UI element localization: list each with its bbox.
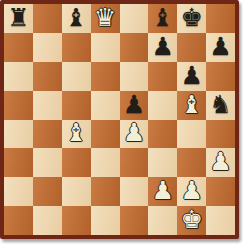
piece-black-king[interactable]: ♚: [180, 5, 202, 30]
square-c8[interactable]: ♝: [62, 4, 91, 33]
piece-white-queen[interactable]: ♛: [94, 5, 116, 30]
square-f5[interactable]: [148, 91, 177, 120]
square-d3[interactable]: [91, 148, 120, 177]
square-b3[interactable]: [33, 148, 62, 177]
square-a6[interactable]: [4, 62, 33, 91]
square-d6[interactable]: [91, 62, 120, 91]
square-b5[interactable]: [33, 91, 62, 120]
chess-board[interactable]: ♜♝♛♝♚♟♟♟♟♝♞♝♟♟♟♟♚: [4, 4, 235, 235]
square-f2[interactable]: ♟: [148, 177, 177, 206]
piece-black-pawn[interactable]: ♟: [180, 63, 202, 88]
piece-black-pawn[interactable]: ♟: [209, 34, 231, 59]
square-h1[interactable]: [206, 206, 235, 235]
square-e5[interactable]: ♟: [120, 91, 149, 120]
square-h8[interactable]: [206, 4, 235, 33]
square-e4[interactable]: ♟: [120, 120, 149, 149]
square-c4[interactable]: ♝: [62, 120, 91, 149]
square-c6[interactable]: [62, 62, 91, 91]
piece-black-pawn[interactable]: ♟: [123, 92, 145, 117]
square-a4[interactable]: [4, 120, 33, 149]
piece-black-bishop[interactable]: ♝: [65, 5, 87, 30]
piece-black-knight[interactable]: ♞: [209, 92, 231, 117]
square-b6[interactable]: [33, 62, 62, 91]
square-d5[interactable]: [91, 91, 120, 120]
square-h5[interactable]: ♞: [206, 91, 235, 120]
square-e1[interactable]: [120, 206, 149, 235]
square-f4[interactable]: [148, 120, 177, 149]
piece-black-bishop[interactable]: ♝: [152, 5, 174, 30]
chess-board-frame: ♜♝♛♝♚♟♟♟♟♝♞♝♟♟♟♟♚: [0, 0, 239, 239]
square-e2[interactable]: [120, 177, 149, 206]
square-e8[interactable]: [120, 4, 149, 33]
square-d8[interactable]: ♛: [91, 4, 120, 33]
piece-white-pawn[interactable]: ♟: [209, 149, 231, 174]
square-c1[interactable]: [62, 206, 91, 235]
square-f3[interactable]: [148, 148, 177, 177]
piece-white-pawn[interactable]: ♟: [152, 178, 174, 203]
square-h2[interactable]: [206, 177, 235, 206]
piece-white-king[interactable]: ♚: [180, 207, 202, 232]
square-d1[interactable]: [91, 206, 120, 235]
square-c5[interactable]: [62, 91, 91, 120]
square-g8[interactable]: ♚: [177, 4, 206, 33]
square-a5[interactable]: [4, 91, 33, 120]
square-a7[interactable]: [4, 33, 33, 62]
square-g6[interactable]: ♟: [177, 62, 206, 91]
square-g7[interactable]: [177, 33, 206, 62]
square-h4[interactable]: [206, 120, 235, 149]
square-f7[interactable]: ♟: [148, 33, 177, 62]
square-b4[interactable]: [33, 120, 62, 149]
square-b2[interactable]: [33, 177, 62, 206]
square-a8[interactable]: ♜: [4, 4, 33, 33]
square-b8[interactable]: [33, 4, 62, 33]
piece-black-pawn[interactable]: ♟: [152, 34, 174, 59]
square-g5[interactable]: ♝: [177, 91, 206, 120]
square-a3[interactable]: [4, 148, 33, 177]
piece-white-pawn[interactable]: ♟: [180, 178, 202, 203]
square-h6[interactable]: [206, 62, 235, 91]
square-a1[interactable]: [4, 206, 33, 235]
square-h3[interactable]: ♟: [206, 148, 235, 177]
square-e6[interactable]: [120, 62, 149, 91]
square-g3[interactable]: [177, 148, 206, 177]
piece-white-bishop[interactable]: ♝: [65, 120, 87, 145]
piece-white-pawn[interactable]: ♟: [123, 120, 145, 145]
square-d4[interactable]: [91, 120, 120, 149]
piece-white-bishop[interactable]: ♝: [180, 92, 202, 117]
chess-diagram: ♜♝♛♝♚♟♟♟♟♝♞♝♟♟♟♟♚: [0, 0, 243, 244]
square-e7[interactable]: [120, 33, 149, 62]
square-c2[interactable]: [62, 177, 91, 206]
square-d7[interactable]: [91, 33, 120, 62]
square-g2[interactable]: ♟: [177, 177, 206, 206]
square-b7[interactable]: [33, 33, 62, 62]
square-f8[interactable]: ♝: [148, 4, 177, 33]
square-g4[interactable]: [177, 120, 206, 149]
square-f1[interactable]: [148, 206, 177, 235]
square-g1[interactable]: ♚: [177, 206, 206, 235]
square-h7[interactable]: ♟: [206, 33, 235, 62]
square-c3[interactable]: [62, 148, 91, 177]
square-d2[interactable]: [91, 177, 120, 206]
square-a2[interactable]: [4, 177, 33, 206]
square-f6[interactable]: [148, 62, 177, 91]
square-e3[interactable]: [120, 148, 149, 177]
square-b1[interactable]: [33, 206, 62, 235]
piece-black-rook[interactable]: ♜: [7, 5, 29, 30]
square-c7[interactable]: [62, 33, 91, 62]
